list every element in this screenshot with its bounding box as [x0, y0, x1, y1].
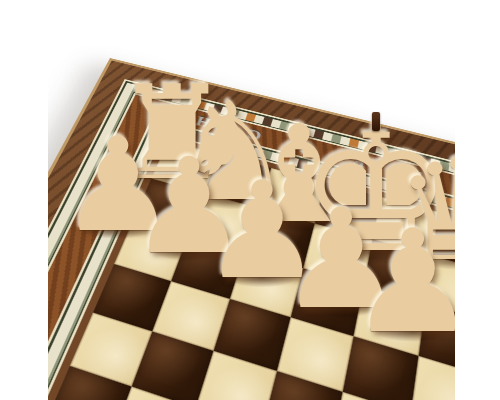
- chess-board: HGFEDCBA: [48, 58, 455, 400]
- chess-set-product-photo: HGFEDCBA ♜♞♝♟♚♟♛♟♟♟: [0, 0, 500, 400]
- photo-area: HGFEDCBA ♜♞♝♟♚♟♛♟♟♟: [48, 0, 455, 400]
